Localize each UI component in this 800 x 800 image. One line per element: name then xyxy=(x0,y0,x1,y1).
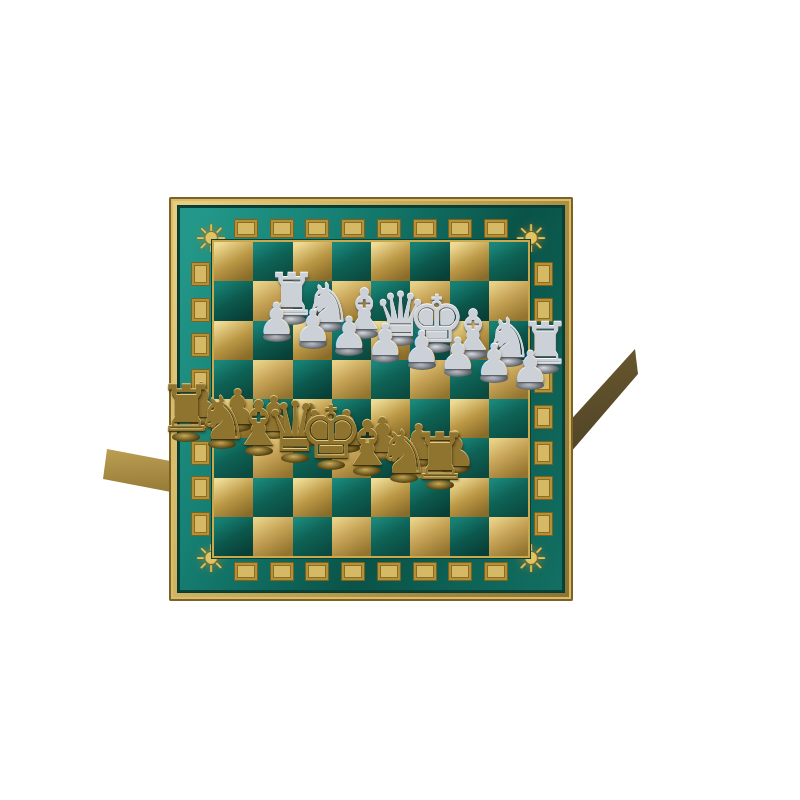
square-b5 xyxy=(253,360,292,399)
square-c5 xyxy=(293,360,332,399)
greek-key-motif xyxy=(191,262,210,286)
square-b7 xyxy=(253,281,292,320)
square-a4 xyxy=(214,399,253,438)
greek-key-motif xyxy=(534,476,553,500)
square-e2 xyxy=(371,478,410,517)
greek-key-motif xyxy=(191,369,210,393)
meander-strip-top xyxy=(234,219,508,236)
square-a5 xyxy=(214,360,253,399)
greek-key-motif xyxy=(270,562,294,581)
square-a1 xyxy=(214,517,253,556)
square-e5 xyxy=(371,360,410,399)
square-d3 xyxy=(332,438,371,477)
greek-key-motif xyxy=(448,562,472,581)
square-a7 xyxy=(214,281,253,320)
greek-key-motif xyxy=(484,562,508,581)
greek-key-motif xyxy=(534,333,553,357)
greek-key-motif xyxy=(341,562,365,581)
greek-key-motif xyxy=(191,405,210,429)
square-d1 xyxy=(332,517,371,556)
square-f7 xyxy=(410,281,449,320)
meander-strip-left xyxy=(191,262,208,536)
square-b4 xyxy=(253,399,292,438)
square-f3 xyxy=(410,438,449,477)
greek-key-motif xyxy=(413,219,437,238)
square-g1 xyxy=(450,517,489,556)
greek-key-motif xyxy=(191,333,210,357)
greek-key-motif xyxy=(305,219,329,238)
greek-key-motif xyxy=(234,562,258,581)
square-d2 xyxy=(332,478,371,517)
square-f6 xyxy=(410,321,449,360)
board-playing-field xyxy=(214,242,528,556)
greek-key-motif xyxy=(305,562,329,581)
square-e1 xyxy=(371,517,410,556)
square-h4 xyxy=(489,399,528,438)
square-d8 xyxy=(332,242,371,281)
greek-key-motif xyxy=(413,562,437,581)
square-a3 xyxy=(214,438,253,477)
square-g4 xyxy=(450,399,489,438)
square-c2 xyxy=(293,478,332,517)
greek-key-motif xyxy=(191,476,210,500)
square-b8 xyxy=(253,242,292,281)
greek-key-motif xyxy=(534,369,553,393)
greek-key-motif xyxy=(234,219,258,238)
greek-key-motif xyxy=(534,262,553,286)
square-g6 xyxy=(450,321,489,360)
square-h6 xyxy=(489,321,528,360)
square-e4 xyxy=(371,399,410,438)
greek-key-motif xyxy=(377,562,401,581)
square-c6 xyxy=(293,321,332,360)
square-d4 xyxy=(332,399,371,438)
greek-key-motif xyxy=(270,219,294,238)
square-g5 xyxy=(450,360,489,399)
square-a2 xyxy=(214,478,253,517)
square-h7 xyxy=(489,281,528,320)
square-d7 xyxy=(332,281,371,320)
square-c1 xyxy=(293,517,332,556)
square-h1 xyxy=(489,517,528,556)
square-f4 xyxy=(410,399,449,438)
greek-key-motif xyxy=(377,219,401,238)
greek-key-motif xyxy=(484,219,508,238)
square-c4 xyxy=(293,399,332,438)
square-b3 xyxy=(253,438,292,477)
square-d6 xyxy=(332,321,371,360)
square-g8 xyxy=(450,242,489,281)
greek-key-motif xyxy=(341,219,365,238)
square-e7 xyxy=(371,281,410,320)
square-g7 xyxy=(450,281,489,320)
square-c3 xyxy=(293,438,332,477)
square-a8 xyxy=(214,242,253,281)
square-b1 xyxy=(253,517,292,556)
square-h5 xyxy=(489,360,528,399)
square-d5 xyxy=(332,360,371,399)
square-a6 xyxy=(214,321,253,360)
greek-key-motif xyxy=(534,512,553,536)
square-e6 xyxy=(371,321,410,360)
square-g2 xyxy=(450,478,489,517)
greek-key-motif xyxy=(191,441,210,465)
greek-key-motif xyxy=(534,298,553,322)
square-b2 xyxy=(253,478,292,517)
greek-key-motif xyxy=(191,298,210,322)
square-g3 xyxy=(450,438,489,477)
greek-key-motif xyxy=(534,405,553,429)
square-h3 xyxy=(489,438,528,477)
square-c7 xyxy=(293,281,332,320)
square-h8 xyxy=(489,242,528,281)
square-f5 xyxy=(410,360,449,399)
chess-board: ☀☀☀☀ xyxy=(169,197,573,601)
greek-key-motif xyxy=(191,512,210,536)
square-e8 xyxy=(371,242,410,281)
square-e3 xyxy=(371,438,410,477)
product-photo-stage: ☀☀☀☀ ♜♞♝♛♚♝♞♜♟♟♟♟♟♟♟♟♟♟♟♟♟♟♟♟♜♞♝♛♚♝♞♜ xyxy=(0,0,800,800)
square-f1 xyxy=(410,517,449,556)
square-b6 xyxy=(253,321,292,360)
square-c8 xyxy=(293,242,332,281)
meander-strip-right xyxy=(534,262,551,536)
greek-key-motif xyxy=(534,441,553,465)
meander-strip-bottom xyxy=(234,562,508,579)
square-h2 xyxy=(489,478,528,517)
greek-key-motif xyxy=(448,219,472,238)
square-f8 xyxy=(410,242,449,281)
square-f2 xyxy=(410,478,449,517)
